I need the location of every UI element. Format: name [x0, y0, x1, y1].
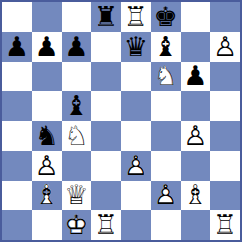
square-c4[interactable]: ♞♘ — [62, 121, 92, 151]
square-e3[interactable]: ♟♙ — [121, 151, 151, 181]
square-g4[interactable]: ♟♙ — [181, 121, 211, 151]
piece-fill: ♝ — [151, 32, 181, 62]
square-e2[interactable] — [121, 181, 151, 211]
piece-fill: ♚ — [151, 2, 181, 32]
square-g5[interactable] — [181, 91, 211, 121]
piece-outline: ♗ — [32, 181, 62, 211]
square-h6[interactable] — [210, 62, 240, 92]
square-f1[interactable] — [151, 210, 181, 240]
piece-outline: ♙ — [210, 32, 240, 62]
square-f8[interactable]: ♚ — [151, 2, 181, 32]
piece-white-pawn[interactable]: ♟♙ — [32, 151, 62, 181]
square-d4[interactable] — [91, 121, 121, 151]
square-h2[interactable] — [210, 181, 240, 211]
piece-white-king[interactable]: ♚♔ — [62, 210, 92, 240]
piece-black-king[interactable]: ♚ — [151, 2, 181, 32]
square-e6[interactable] — [121, 62, 151, 92]
piece-outline: ♖ — [121, 2, 151, 32]
square-b1[interactable] — [32, 210, 62, 240]
piece-white-rook[interactable]: ♜♖ — [210, 210, 240, 240]
square-c1[interactable]: ♚♔ — [62, 210, 92, 240]
square-h1[interactable]: ♜♖ — [210, 210, 240, 240]
piece-white-pawn[interactable]: ♟♙ — [181, 121, 211, 151]
square-f4[interactable] — [151, 121, 181, 151]
square-b2[interactable]: ♝♗ — [32, 181, 62, 211]
piece-black-bishop[interactable]: ♝ — [151, 32, 181, 62]
square-h3[interactable] — [210, 151, 240, 181]
square-b3[interactable]: ♟♙ — [32, 151, 62, 181]
square-h5[interactable] — [210, 91, 240, 121]
piece-white-bishop[interactable]: ♝♗ — [181, 181, 211, 211]
piece-black-pawn[interactable]: ♟ — [62, 32, 92, 62]
piece-outline: ♕ — [62, 181, 92, 211]
square-h7[interactable]: ♟♙ — [210, 32, 240, 62]
square-b6[interactable] — [32, 62, 62, 92]
square-d3[interactable] — [91, 151, 121, 181]
piece-fill: ♛ — [121, 32, 151, 62]
square-e4[interactable] — [121, 121, 151, 151]
piece-outline: ♔ — [62, 210, 92, 240]
piece-fill: ♞ — [32, 121, 62, 151]
square-c8[interactable] — [62, 2, 92, 32]
square-d1[interactable]: ♜♖ — [91, 210, 121, 240]
piece-outline: ♗ — [181, 181, 211, 211]
piece-outline: ♙ — [181, 121, 211, 151]
piece-black-pawn[interactable]: ♟ — [181, 62, 211, 92]
chess-board: ♜♜♖♚♟♟♟♛♝♟♙♞♘♟♝♞♞♘♟♙♟♙♟♙♝♗♛♕♟♙♝♗♚♔♜♖♜♖ — [0, 0, 242, 242]
piece-fill: ♟ — [2, 32, 32, 62]
square-c3[interactable] — [62, 151, 92, 181]
square-f7[interactable]: ♝ — [151, 32, 181, 62]
square-b7[interactable]: ♟ — [32, 32, 62, 62]
square-f3[interactable] — [151, 151, 181, 181]
piece-fill: ♟ — [181, 62, 211, 92]
piece-outline: ♙ — [151, 181, 181, 211]
square-e5[interactable] — [121, 91, 151, 121]
square-e1[interactable] — [121, 210, 151, 240]
piece-fill: ♜ — [91, 2, 121, 32]
piece-fill: ♝ — [62, 91, 92, 121]
square-a1[interactable] — [2, 210, 32, 240]
piece-white-pawn[interactable]: ♟♙ — [121, 151, 151, 181]
square-d8[interactable]: ♜ — [91, 2, 121, 32]
piece-white-knight[interactable]: ♞♘ — [62, 121, 92, 151]
piece-outline: ♘ — [151, 62, 181, 92]
square-a6[interactable] — [2, 62, 32, 92]
piece-black-pawn[interactable]: ♟ — [32, 32, 62, 62]
piece-black-pawn[interactable]: ♟ — [2, 32, 32, 62]
square-a4[interactable] — [2, 121, 32, 151]
square-e8[interactable]: ♜♖ — [121, 2, 151, 32]
piece-black-bishop[interactable]: ♝ — [62, 91, 92, 121]
piece-white-bishop[interactable]: ♝♗ — [32, 181, 62, 211]
piece-black-queen[interactable]: ♛ — [121, 32, 151, 62]
piece-white-rook[interactable]: ♜♖ — [121, 2, 151, 32]
piece-outline: ♙ — [121, 151, 151, 181]
square-a5[interactable] — [2, 91, 32, 121]
square-a3[interactable] — [2, 151, 32, 181]
square-g7[interactable] — [181, 32, 211, 62]
square-d6[interactable] — [91, 62, 121, 92]
square-d2[interactable] — [91, 181, 121, 211]
square-a8[interactable] — [2, 2, 32, 32]
square-c5[interactable]: ♝ — [62, 91, 92, 121]
square-d5[interactable] — [91, 91, 121, 121]
piece-outline: ♘ — [62, 121, 92, 151]
square-d7[interactable] — [91, 32, 121, 62]
square-f2[interactable]: ♟♙ — [151, 181, 181, 211]
square-c6[interactable] — [62, 62, 92, 92]
piece-white-pawn[interactable]: ♟♙ — [210, 32, 240, 62]
square-f6[interactable]: ♞♘ — [151, 62, 181, 92]
piece-white-knight[interactable]: ♞♘ — [151, 62, 181, 92]
square-g2[interactable]: ♝♗ — [181, 181, 211, 211]
piece-outline: ♖ — [91, 210, 121, 240]
square-b4[interactable]: ♞ — [32, 121, 62, 151]
piece-black-knight[interactable]: ♞ — [32, 121, 62, 151]
square-a7[interactable]: ♟ — [2, 32, 32, 62]
piece-white-rook[interactable]: ♜♖ — [91, 210, 121, 240]
piece-outline: ♖ — [210, 210, 240, 240]
square-c7[interactable]: ♟ — [62, 32, 92, 62]
square-b8[interactable] — [32, 2, 62, 32]
piece-black-rook[interactable]: ♜ — [91, 2, 121, 32]
square-h8[interactable] — [210, 2, 240, 32]
square-h4[interactable] — [210, 121, 240, 151]
square-c2[interactable]: ♛♕ — [62, 181, 92, 211]
square-f5[interactable] — [151, 91, 181, 121]
piece-white-pawn[interactable]: ♟♙ — [151, 181, 181, 211]
square-g8[interactable] — [181, 2, 211, 32]
square-e7[interactable]: ♛ — [121, 32, 151, 62]
square-b5[interactable] — [32, 91, 62, 121]
piece-outline: ♙ — [32, 151, 62, 181]
piece-fill: ♟ — [62, 32, 92, 62]
square-g1[interactable] — [181, 210, 211, 240]
square-a2[interactable] — [2, 181, 32, 211]
piece-white-queen[interactable]: ♛♕ — [62, 181, 92, 211]
piece-fill: ♟ — [32, 32, 62, 62]
square-g3[interactable] — [181, 151, 211, 181]
square-g6[interactable]: ♟ — [181, 62, 211, 92]
